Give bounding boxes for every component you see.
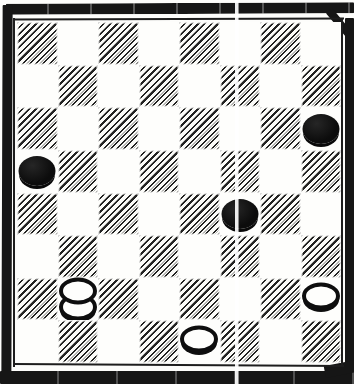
square-dark-r0c0 xyxy=(17,22,58,65)
square-11[interactable] xyxy=(220,107,261,150)
square-12[interactable] xyxy=(301,107,342,150)
scan-fold-line xyxy=(235,0,238,384)
white-man-disc xyxy=(302,283,340,310)
square-dark-r4c6 xyxy=(260,193,301,236)
white-king-square-25[interactable] xyxy=(59,278,97,321)
black-man-square-19[interactable] xyxy=(221,199,258,229)
scanned-diagram-page xyxy=(0,0,354,384)
square-dark-r5c7 xyxy=(301,235,342,278)
square-dark-r0c2 xyxy=(98,22,139,65)
square-dark-r1c7 xyxy=(301,65,342,108)
square-dark-r0c4 xyxy=(179,22,220,65)
white-man-square-28[interactable] xyxy=(302,283,340,316)
board-inner-line-right xyxy=(341,18,343,366)
square-16[interactable] xyxy=(260,150,301,193)
square-27[interactable] xyxy=(220,278,261,321)
black-man-square-13[interactable] xyxy=(19,156,56,186)
square-28[interactable] xyxy=(301,278,342,321)
square-29[interactable] xyxy=(17,320,58,363)
square-dark-r7c3 xyxy=(139,320,180,363)
square-15[interactable] xyxy=(179,150,220,193)
board-inner-line-top xyxy=(13,17,344,21)
square-dark-r4c2 xyxy=(98,193,139,236)
square-20[interactable] xyxy=(301,193,342,236)
square-31[interactable] xyxy=(179,320,220,363)
square-2[interactable] xyxy=(139,22,180,65)
board-frame-bottom xyxy=(0,371,354,384)
square-24[interactable] xyxy=(260,235,301,278)
square-dark-r0c6 xyxy=(260,22,301,65)
board-inner-line-left xyxy=(13,18,15,367)
square-18[interactable] xyxy=(139,193,180,236)
square-25[interactable] xyxy=(58,278,99,321)
white-man-square-31[interactable] xyxy=(180,325,218,358)
square-dark-r5c5 xyxy=(220,235,261,278)
square-dark-r7c5 xyxy=(220,320,261,363)
square-dark-r4c0 xyxy=(17,193,58,236)
square-26[interactable] xyxy=(139,278,180,321)
square-21[interactable] xyxy=(17,235,58,278)
square-1[interactable] xyxy=(58,22,99,65)
white-man-disc xyxy=(180,325,218,352)
square-32[interactable] xyxy=(260,320,301,363)
square-dark-r6c6 xyxy=(260,278,301,321)
square-dark-r1c1 xyxy=(58,65,99,108)
square-dark-r6c0 xyxy=(17,278,58,321)
square-19[interactable] xyxy=(220,193,261,236)
square-dark-r7c7 xyxy=(301,320,342,363)
checkers-board xyxy=(17,22,341,363)
square-13[interactable] xyxy=(17,150,58,193)
square-dark-r3c3 xyxy=(139,150,180,193)
square-dark-r4c4 xyxy=(179,193,220,236)
square-dark-r2c4 xyxy=(179,107,220,150)
square-30[interactable] xyxy=(98,320,139,363)
square-dark-r1c5 xyxy=(220,65,261,108)
square-6[interactable] xyxy=(98,65,139,108)
board-inner-line-bottom xyxy=(13,363,344,367)
square-8[interactable] xyxy=(260,65,301,108)
square-3[interactable] xyxy=(220,22,261,65)
square-14[interactable] xyxy=(98,150,139,193)
square-22[interactable] xyxy=(98,235,139,278)
square-dark-r1c3 xyxy=(139,65,180,108)
square-9[interactable] xyxy=(58,107,99,150)
square-4[interactable] xyxy=(301,22,342,65)
square-23[interactable] xyxy=(179,235,220,278)
square-10[interactable] xyxy=(139,107,180,150)
black-man-square-12[interactable] xyxy=(302,114,339,144)
square-dark-r5c3 xyxy=(139,235,180,278)
board-frame-right xyxy=(345,18,354,384)
square-dark-r6c4 xyxy=(179,278,220,321)
square-5[interactable] xyxy=(17,65,58,108)
square-dark-r5c1 xyxy=(58,235,99,278)
square-dark-r3c7 xyxy=(301,150,342,193)
board-frame-top xyxy=(6,2,354,15)
square-dark-r2c0 xyxy=(17,107,58,150)
square-dark-r3c5 xyxy=(220,150,261,193)
square-dark-r7c1 xyxy=(58,320,99,363)
board-frame-left xyxy=(1,5,12,384)
square-17[interactable] xyxy=(58,193,99,236)
square-dark-r3c1 xyxy=(58,150,99,193)
square-7[interactable] xyxy=(179,65,220,108)
white-king-top-disc xyxy=(59,278,97,305)
square-dark-r2c2 xyxy=(98,107,139,150)
square-dark-r6c2 xyxy=(98,278,139,321)
square-dark-r2c6 xyxy=(260,107,301,150)
